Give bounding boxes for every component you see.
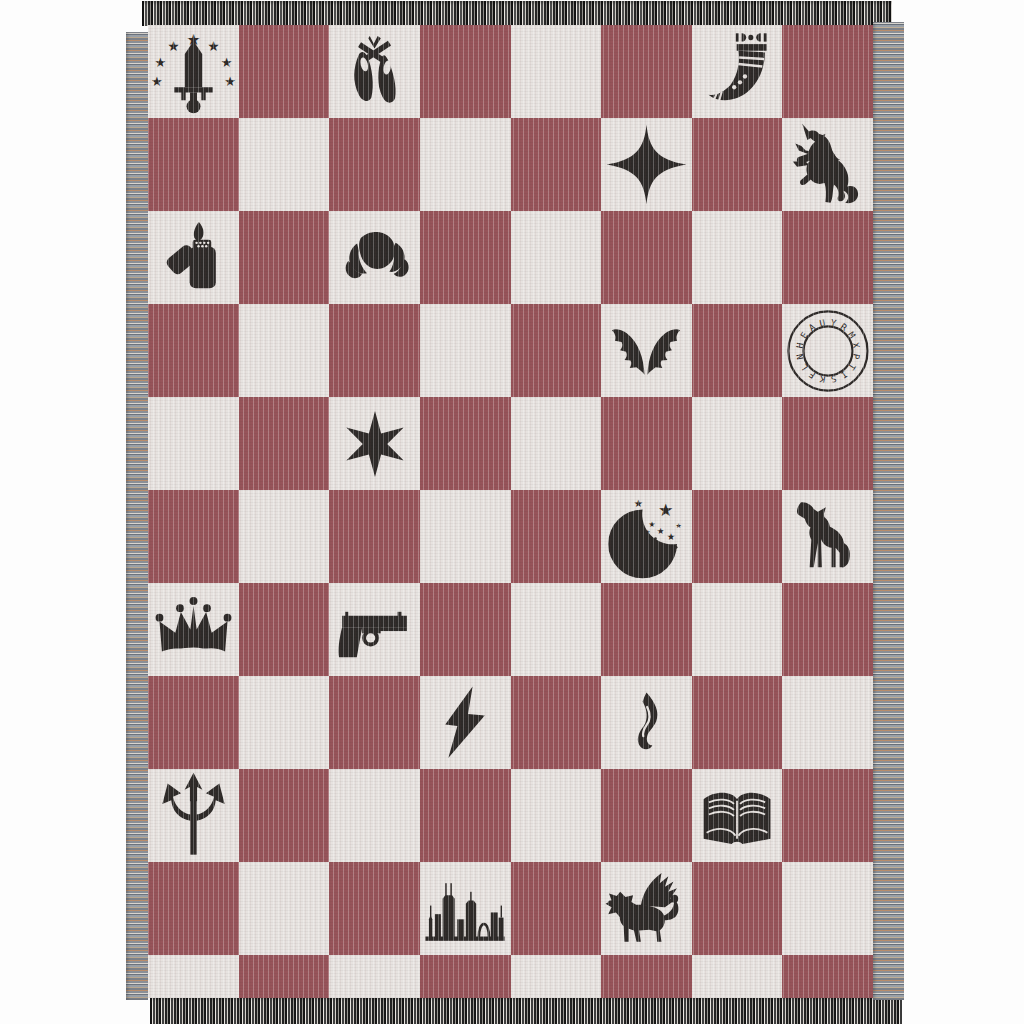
- flame-icon: [601, 676, 692, 769]
- square-r6c8: [782, 490, 873, 583]
- trident-icon: [148, 769, 239, 862]
- square-r6c7: [692, 490, 783, 583]
- svg-text:★: ★: [667, 531, 675, 542]
- square-r10c6: [601, 862, 692, 955]
- square-r9c3: [329, 769, 420, 862]
- rune-circle-icon: YRMXPTISKFLNHEAU: [782, 304, 873, 397]
- square-r11c7: [692, 955, 783, 998]
- square-r7c2: [239, 583, 330, 676]
- fringe-left: [126, 32, 148, 1000]
- product-photo-woven-blanket: ★★★★★★★ YRMXPTISKFLNHEAU ★★★★★★★★: [0, 0, 1024, 1024]
- sword-with-stars-icon: ★★★★★★★: [148, 25, 239, 118]
- square-r7c1: [148, 583, 239, 676]
- square-r5c8: [782, 397, 873, 490]
- square-r3c3: [329, 211, 420, 304]
- square-r10c7: [692, 862, 783, 955]
- square-r6c2: [239, 490, 330, 583]
- square-r5c7: [692, 397, 783, 490]
- svg-text:S: S: [830, 373, 837, 384]
- svg-text:★: ★: [221, 55, 233, 70]
- square-r1c6: [601, 25, 692, 118]
- square-r3c7: [692, 211, 783, 304]
- fringe-top: [142, 1, 892, 26]
- six-pointed-star-icon: [329, 397, 420, 490]
- square-r9c7: [692, 769, 783, 862]
- svg-text:U: U: [818, 317, 825, 328]
- square-r4c1: [148, 304, 239, 397]
- svg-text:N: N: [794, 352, 805, 359]
- svg-text:A: A: [807, 321, 818, 333]
- square-r1c5: [511, 25, 602, 118]
- svg-text:★: ★: [659, 500, 674, 520]
- svg-text:L: L: [798, 361, 810, 372]
- square-r1c8: [782, 25, 873, 118]
- crescent-moon-stars-icon: ★★★★★★★★: [601, 490, 692, 583]
- city-skyline-icon: [420, 862, 511, 955]
- square-r2c1: [148, 118, 239, 211]
- square-r2c5: [511, 118, 602, 211]
- square-r11c2: [239, 955, 330, 998]
- sparkle-star-icon: [601, 118, 692, 211]
- square-r11c8: [782, 955, 873, 998]
- square-r3c6: [601, 211, 692, 304]
- square-r1c2: [239, 25, 330, 118]
- open-book-icon: [692, 769, 783, 862]
- square-r10c8: [782, 862, 873, 955]
- svg-text:T: T: [845, 361, 857, 372]
- svg-text:★: ★: [665, 543, 671, 551]
- checkerboard-grid: ★★★★★★★ YRMXPTISKFLNHEAU ★★★★★★★★: [148, 25, 873, 998]
- square-r4c7: [692, 304, 783, 397]
- svg-text:★: ★: [151, 74, 163, 89]
- square-r7c5: [511, 583, 602, 676]
- square-r8c5: [511, 676, 602, 769]
- square-r1c1: ★★★★★★★: [148, 25, 239, 118]
- square-r7c8: [782, 583, 873, 676]
- square-r3c4: [420, 211, 511, 304]
- lightning-bolt-icon: [420, 676, 511, 769]
- ballet-shoes-icon: [329, 25, 420, 118]
- square-r7c7: [692, 583, 783, 676]
- svg-text:★: ★: [634, 496, 643, 508]
- square-r2c2: [239, 118, 330, 211]
- svg-text:★: ★: [207, 38, 219, 54]
- winged-lion-icon: [601, 862, 692, 955]
- square-r6c3: [329, 490, 420, 583]
- square-r7c4: [420, 583, 511, 676]
- square-r1c7: [692, 25, 783, 118]
- svg-text:I: I: [839, 368, 849, 379]
- square-r11c4: [420, 955, 511, 998]
- square-r10c2: [239, 862, 330, 955]
- howling-wolf-icon: [782, 490, 873, 583]
- square-r4c8: YRMXPTISKFLNHEAU: [782, 304, 873, 397]
- square-r3c5: [511, 211, 602, 304]
- svg-text:E: E: [798, 330, 809, 340]
- fringe-right: [873, 22, 904, 1000]
- svg-text:F: F: [807, 368, 817, 379]
- square-r11c3: [329, 955, 420, 998]
- square-r9c5: [511, 769, 602, 862]
- square-r9c4: [420, 769, 511, 862]
- square-r10c1: [148, 862, 239, 955]
- square-r8c8: [782, 676, 873, 769]
- svg-text:★: ★: [657, 525, 665, 535]
- square-r5c6: [601, 397, 692, 490]
- square-r8c6: [601, 676, 692, 769]
- square-r5c1: [148, 397, 239, 490]
- square-r4c6: [601, 304, 692, 397]
- square-r6c4: [420, 490, 511, 583]
- square-r2c3: [329, 118, 420, 211]
- square-r9c6: [601, 769, 692, 862]
- square-r6c1: [148, 490, 239, 583]
- square-r2c6: [601, 118, 692, 211]
- blanket-fabric: ★★★★★★★ YRMXPTISKFLNHEAU ★★★★★★★★: [148, 25, 873, 998]
- square-r4c3: [329, 304, 420, 397]
- square-r8c3: [329, 676, 420, 769]
- square-r3c1: [148, 211, 239, 304]
- croissant-icon: [329, 211, 420, 304]
- square-r8c7: [692, 676, 783, 769]
- pistol-icon: [329, 583, 420, 676]
- svg-text:R: R: [838, 321, 849, 333]
- square-r10c3: [329, 862, 420, 955]
- square-r4c4: [420, 304, 511, 397]
- square-r3c8: [782, 211, 873, 304]
- square-r9c2: [239, 769, 330, 862]
- square-r5c4: [420, 397, 511, 490]
- drinking-horn-icon: [692, 25, 783, 118]
- square-r1c3: [329, 25, 420, 118]
- square-r2c8: [782, 118, 873, 211]
- square-r2c7: [692, 118, 783, 211]
- square-r10c5: [511, 862, 602, 955]
- square-r7c6: [601, 583, 692, 676]
- square-r11c5: [511, 955, 602, 998]
- square-r2c4: [420, 118, 511, 211]
- square-r8c2: [239, 676, 330, 769]
- square-r3c2: [239, 211, 330, 304]
- square-r5c3: [329, 397, 420, 490]
- square-r6c6: ★★★★★★★★: [601, 490, 692, 583]
- crown-icon: [148, 583, 239, 676]
- square-r7c3: [329, 583, 420, 676]
- lighter-icon: [148, 211, 239, 304]
- svg-text:★: ★: [167, 38, 179, 54]
- svg-text:★: ★: [645, 527, 650, 534]
- square-r6c5: [511, 490, 602, 583]
- square-r8c1: [148, 676, 239, 769]
- square-r5c5: [511, 397, 602, 490]
- fringe-bottom: [150, 997, 902, 1024]
- svg-text:X: X: [850, 341, 861, 349]
- square-r4c2: [239, 304, 330, 397]
- square-r4c5: [511, 304, 602, 397]
- square-r1c4: [420, 25, 511, 118]
- square-r9c1: [148, 769, 239, 862]
- svg-text:★: ★: [676, 521, 682, 529]
- square-r9c8: [782, 769, 873, 862]
- svg-text:★: ★: [154, 55, 166, 70]
- square-r5c2: [239, 397, 330, 490]
- square-r8c4: [420, 676, 511, 769]
- unicorn-icon: [782, 118, 873, 211]
- svg-text:★: ★: [224, 74, 236, 89]
- svg-text:M: M: [846, 330, 858, 341]
- square-r11c1: [148, 955, 239, 998]
- square-r10c4: [420, 862, 511, 955]
- angel-wings-icon: [601, 304, 692, 397]
- square-r11c6: [601, 955, 692, 998]
